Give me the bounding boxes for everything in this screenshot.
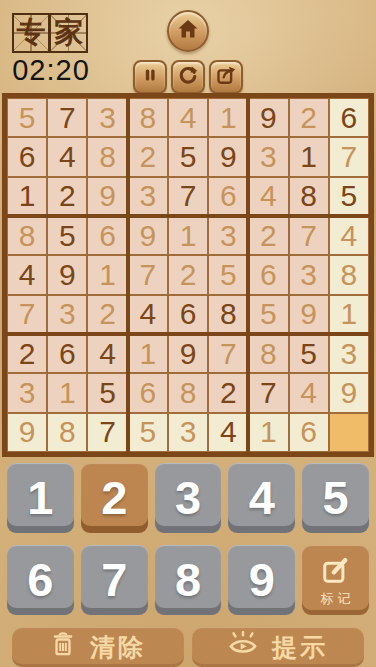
cell-r5c4[interactable]: 7	[128, 255, 168, 294]
cell-r3c9[interactable]: 5	[329, 177, 369, 216]
mark-pencil-icon	[320, 555, 352, 588]
eye-icon	[228, 631, 258, 663]
cell-r2c1[interactable]: 6	[7, 137, 47, 176]
cell-r4c2[interactable]: 5	[47, 216, 87, 255]
cell-r7c5[interactable]: 9	[168, 334, 208, 373]
pause-icon	[140, 65, 160, 89]
home-button[interactable]	[167, 10, 209, 52]
cell-r3c3[interactable]: 9	[87, 177, 127, 216]
cell-r1c9[interactable]: 6	[329, 98, 369, 137]
cell-r5c1[interactable]: 4	[7, 255, 47, 294]
cell-r5c3[interactable]: 1	[87, 255, 127, 294]
sudoku-board: 5738419266482593171293764858569132744917…	[2, 93, 374, 457]
cell-r8c9[interactable]: 9	[329, 373, 369, 412]
cell-r1c5[interactable]: 4	[168, 98, 208, 137]
numpad-key-9[interactable]: 9	[228, 545, 295, 615]
cell-r4c6[interactable]: 3	[208, 216, 248, 255]
cell-r8c6[interactable]: 2	[208, 373, 248, 412]
box-separator-horizontal-2	[7, 332, 369, 336]
box-separator-vertical-1	[126, 98, 130, 452]
cell-r9c6[interactable]: 4	[208, 413, 248, 452]
cell-r6c4[interactable]: 4	[128, 295, 168, 334]
cell-r4c4[interactable]: 9	[128, 216, 168, 255]
cell-r8c7[interactable]: 7	[248, 373, 288, 412]
cell-r1c2[interactable]: 7	[47, 98, 87, 137]
cell-r6c3[interactable]: 2	[87, 295, 127, 334]
cell-r8c8[interactable]: 4	[289, 373, 329, 412]
action-bar: 清除 提示	[0, 627, 376, 667]
cell-r9c8[interactable]: 6	[289, 413, 329, 452]
cell-r1c6[interactable]: 1	[208, 98, 248, 137]
cell-r3c6[interactable]: 6	[208, 177, 248, 216]
numpad-key-8[interactable]: 8	[155, 545, 222, 615]
restart-button[interactable]	[171, 60, 205, 94]
numpad-row-2: 6789 标记	[7, 545, 369, 615]
sudoku-grid: 5738419266482593171293764858569132744917…	[7, 98, 369, 452]
cell-r2c2[interactable]: 4	[47, 137, 87, 176]
cell-r4c1[interactable]: 8	[7, 216, 47, 255]
share-icon	[215, 64, 237, 90]
cell-r7c6[interactable]: 7	[208, 334, 248, 373]
cell-r3c8[interactable]: 8	[289, 177, 329, 216]
cell-r3c1[interactable]: 1	[7, 177, 47, 216]
cell-r7c4[interactable]: 1	[128, 334, 168, 373]
cell-r1c1[interactable]: 5	[7, 98, 47, 137]
box-separator-vertical-2	[246, 98, 250, 452]
cell-r2c8[interactable]: 1	[289, 137, 329, 176]
numpad-key-7[interactable]: 7	[81, 545, 148, 615]
mark-button[interactable]: 标记	[302, 545, 369, 615]
numpad: 12345 6789 标记	[0, 457, 376, 615]
toolbar	[133, 60, 243, 94]
trash-icon	[50, 630, 76, 664]
cell-r8c2[interactable]: 1	[47, 373, 87, 412]
cell-r1c4[interactable]: 8	[128, 98, 168, 137]
cell-r2c4[interactable]: 2	[128, 137, 168, 176]
cell-r9c9[interactable]	[329, 413, 369, 452]
cell-r5c7[interactable]: 6	[248, 255, 288, 294]
cell-r7c3[interactable]: 4	[87, 334, 127, 373]
difficulty-stamp: 专 家	[12, 13, 88, 53]
cell-r4c8[interactable]: 7	[289, 216, 329, 255]
cell-r8c4[interactable]: 6	[128, 373, 168, 412]
cell-r8c3[interactable]: 5	[87, 373, 127, 412]
numpad-key-1[interactable]: 1	[7, 463, 74, 533]
cell-r6c5[interactable]: 6	[168, 295, 208, 334]
clear-button-label: 清除	[90, 631, 146, 664]
cell-r4c7[interactable]: 2	[248, 216, 288, 255]
cell-r6c6[interactable]: 8	[208, 295, 248, 334]
cell-r4c5[interactable]: 1	[168, 216, 208, 255]
cell-r6c8[interactable]: 9	[289, 295, 329, 334]
cell-r2c5[interactable]: 5	[168, 137, 208, 176]
cell-r3c7[interactable]: 4	[248, 177, 288, 216]
mark-button-label: 标记	[321, 590, 355, 608]
cell-r1c8[interactable]: 2	[289, 98, 329, 137]
cell-r4c9[interactable]: 4	[329, 216, 369, 255]
cell-r9c3[interactable]: 7	[87, 413, 127, 452]
numpad-row-1: 12345	[7, 463, 369, 533]
cell-r2c7[interactable]: 3	[248, 137, 288, 176]
header: 专 家 02:20	[0, 0, 376, 93]
cell-r9c5[interactable]: 3	[168, 413, 208, 452]
cell-r6c1[interactable]: 7	[7, 295, 47, 334]
cell-r1c3[interactable]: 3	[87, 98, 127, 137]
cell-r1c7[interactable]: 9	[248, 98, 288, 137]
cell-r2c3[interactable]: 8	[87, 137, 127, 176]
box-separator-horizontal-1	[7, 214, 369, 218]
cell-r7c1[interactable]: 2	[7, 334, 47, 373]
restart-icon	[177, 64, 199, 90]
cell-r9c7[interactable]: 1	[248, 413, 288, 452]
cell-r7c9[interactable]: 3	[329, 334, 369, 373]
share-button[interactable]	[209, 60, 243, 94]
cell-r3c2[interactable]: 2	[47, 177, 87, 216]
timer: 02:20	[8, 54, 94, 87]
cell-r7c8[interactable]: 5	[289, 334, 329, 373]
cell-r3c5[interactable]: 7	[168, 177, 208, 216]
stamp-char-2: 家	[50, 13, 88, 53]
pause-button[interactable]	[133, 60, 167, 94]
numpad-key-5[interactable]: 5	[302, 463, 369, 533]
cell-r6c2[interactable]: 3	[47, 295, 87, 334]
stamp-char-1: 专	[12, 13, 50, 53]
cell-r9c2[interactable]: 8	[47, 413, 87, 452]
cell-r8c5[interactable]: 8	[168, 373, 208, 412]
cell-r5c5[interactable]: 2	[168, 255, 208, 294]
cell-r6c7[interactable]: 5	[248, 295, 288, 334]
cell-r4c3[interactable]: 6	[87, 216, 127, 255]
cell-r5c6[interactable]: 5	[208, 255, 248, 294]
cell-r2c6[interactable]: 9	[208, 137, 248, 176]
clear-button[interactable]: 清除	[12, 627, 184, 667]
hint-button[interactable]: 提示	[192, 627, 364, 667]
home-icon	[176, 17, 200, 45]
numpad-key-2[interactable]: 2	[81, 463, 148, 533]
cell-r6c9[interactable]: 1	[329, 295, 369, 334]
cell-r9c4[interactable]: 5	[128, 413, 168, 452]
cell-r7c2[interactable]: 6	[47, 334, 87, 373]
cell-r3c4[interactable]: 3	[128, 177, 168, 216]
cell-r5c8[interactable]: 3	[289, 255, 329, 294]
cell-r5c9[interactable]: 8	[329, 255, 369, 294]
cell-r8c1[interactable]: 3	[7, 373, 47, 412]
hint-button-label: 提示	[272, 631, 328, 664]
cell-r7c7[interactable]: 8	[248, 334, 288, 373]
cell-r5c2[interactable]: 9	[47, 255, 87, 294]
numpad-key-4[interactable]: 4	[228, 463, 295, 533]
cell-r9c1[interactable]: 9	[7, 413, 47, 452]
numpad-key-3[interactable]: 3	[155, 463, 222, 533]
cell-r2c9[interactable]: 7	[329, 137, 369, 176]
numpad-key-6[interactable]: 6	[7, 545, 74, 615]
